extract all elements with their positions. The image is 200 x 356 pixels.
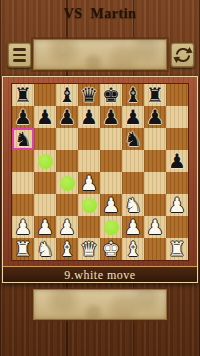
piece-black-king: ♚: [100, 84, 122, 106]
square-h8[interactable]: [166, 84, 188, 106]
square-g8[interactable]: ♜: [144, 84, 166, 106]
piece-black-pawn: ♟: [12, 106, 34, 128]
square-d6[interactable]: [78, 128, 100, 150]
refresh-button[interactable]: [170, 42, 195, 68]
square-c4[interactable]: [56, 172, 78, 194]
legal-move-dot: [104, 220, 119, 235]
square-f4[interactable]: [122, 172, 144, 194]
square-b1[interactable]: ♞: [34, 238, 56, 260]
square-f2[interactable]: ♟: [122, 216, 144, 238]
square-g3[interactable]: [144, 194, 166, 216]
piece-black-rook: ♜: [12, 84, 34, 106]
app-screen: VS Martin ♜♝♛♚♝♜♟♟♟♟♟♟♟♞♞♟♟♟♞♟♟♟♟♟♟♜♞♝♛♚…: [0, 0, 200, 356]
square-g6[interactable]: [144, 128, 166, 150]
square-e2[interactable]: [100, 216, 122, 238]
square-e1[interactable]: ♚: [100, 238, 122, 260]
square-g1[interactable]: [144, 238, 166, 260]
piece-white-pawn: ♟: [122, 216, 144, 238]
piece-white-king: ♚: [100, 238, 122, 260]
square-b7[interactable]: ♟: [34, 106, 56, 128]
chess-board: ♜♝♛♚♝♜♟♟♟♟♟♟♟♞♞♟♟♟♞♟♟♟♟♟♟♜♞♝♛♚♝♜: [12, 84, 188, 260]
piece-black-knight: ♞: [122, 128, 144, 150]
square-b5[interactable]: [34, 150, 56, 172]
square-d4[interactable]: ♟: [78, 172, 100, 194]
piece-white-pawn: ♟: [78, 172, 100, 194]
square-h3[interactable]: ♟: [166, 194, 188, 216]
piece-black-pawn: ♟: [122, 106, 144, 128]
piece-black-rook: ♜: [144, 84, 166, 106]
square-d2[interactable]: [78, 216, 100, 238]
legal-move-dot: [38, 154, 53, 169]
bottom-banner: [33, 289, 167, 320]
square-f5[interactable]: [122, 150, 144, 172]
square-c8[interactable]: ♝: [56, 84, 78, 106]
piece-black-pawn: ♟: [56, 106, 78, 128]
square-e7[interactable]: ♟: [100, 106, 122, 128]
square-f6[interactable]: ♞: [122, 128, 144, 150]
square-a5[interactable]: [12, 150, 34, 172]
legal-move-dot: [60, 176, 75, 191]
legal-move-dot: [82, 198, 97, 213]
square-g5[interactable]: [144, 150, 166, 172]
square-f3[interactable]: ♞: [122, 194, 144, 216]
square-b4[interactable]: [34, 172, 56, 194]
square-h4[interactable]: [166, 172, 188, 194]
page-title: VS Martin: [0, 6, 200, 22]
square-g4[interactable]: [144, 172, 166, 194]
piece-black-knight: ♞: [12, 128, 34, 150]
piece-white-bishop: ♝: [56, 238, 78, 260]
refresh-icon: [173, 45, 193, 65]
square-e6[interactable]: [100, 128, 122, 150]
square-h7[interactable]: [166, 106, 188, 128]
square-d1[interactable]: ♛: [78, 238, 100, 260]
square-d8[interactable]: ♛: [78, 84, 100, 106]
square-e4[interactable]: [100, 172, 122, 194]
piece-white-pawn: ♟: [34, 216, 56, 238]
square-h5[interactable]: ♟: [166, 150, 188, 172]
square-h1[interactable]: ♜: [166, 238, 188, 260]
square-c6[interactable]: [56, 128, 78, 150]
square-a1[interactable]: ♜: [12, 238, 34, 260]
square-b2[interactable]: ♟: [34, 216, 56, 238]
square-g7[interactable]: ♟: [144, 106, 166, 128]
square-c7[interactable]: ♟: [56, 106, 78, 128]
piece-black-pawn: ♟: [166, 150, 188, 172]
square-h6[interactable]: [166, 128, 188, 150]
piece-white-rook: ♜: [166, 238, 188, 260]
piece-white-knight: ♞: [34, 238, 56, 260]
square-d3[interactable]: [78, 194, 100, 216]
chess-board-block: ♜♝♛♚♝♜♟♟♟♟♟♟♟♞♞♟♟♟♞♟♟♟♟♟♟♜♞♝♛♚♝♜ 9.white…: [2, 76, 198, 283]
piece-black-bishop: ♝: [122, 84, 144, 106]
square-c3[interactable]: [56, 194, 78, 216]
square-b6[interactable]: [34, 128, 56, 150]
piece-white-knight: ♞: [122, 194, 144, 216]
piece-white-pawn: ♟: [12, 216, 34, 238]
square-c5[interactable]: [56, 150, 78, 172]
square-a8[interactable]: ♜: [12, 84, 34, 106]
piece-white-queen: ♛: [78, 238, 100, 260]
square-f1[interactable]: ♝: [122, 238, 144, 260]
square-d7[interactable]: ♟: [78, 106, 100, 128]
square-a6[interactable]: ♞: [12, 128, 34, 150]
square-f7[interactable]: ♟: [122, 106, 144, 128]
piece-white-pawn: ♟: [100, 194, 122, 216]
piece-white-pawn: ♟: [56, 216, 78, 238]
board-frame: ♜♝♛♚♝♜♟♟♟♟♟♟♟♞♞♟♟♟♞♟♟♟♟♟♟♜♞♝♛♚♝♜: [3, 77, 197, 266]
square-a4[interactable]: [12, 172, 34, 194]
piece-black-pawn: ♟: [78, 106, 100, 128]
square-h2[interactable]: [166, 216, 188, 238]
square-e8[interactable]: ♚: [100, 84, 122, 106]
piece-black-pawn: ♟: [144, 106, 166, 128]
square-a2[interactable]: ♟: [12, 216, 34, 238]
piece-black-queen: ♛: [78, 84, 100, 106]
menu-button[interactable]: [7, 42, 32, 68]
top-banner: [33, 39, 167, 70]
piece-white-rook: ♜: [12, 238, 34, 260]
piece-white-pawn: ♟: [144, 216, 166, 238]
piece-black-pawn: ♟: [100, 106, 122, 128]
piece-white-pawn: ♟: [166, 194, 188, 216]
move-status-bar: 9.white move: [3, 266, 197, 282]
square-f8[interactable]: ♝: [122, 84, 144, 106]
piece-black-bishop: ♝: [56, 84, 78, 106]
hamburger-menu-icon: [13, 48, 26, 62]
piece-black-pawn: ♟: [34, 106, 56, 128]
square-d5[interactable]: [78, 150, 100, 172]
square-a7[interactable]: ♟: [12, 106, 34, 128]
square-e3[interactable]: ♟: [100, 194, 122, 216]
square-a3[interactable]: [12, 194, 34, 216]
square-b8[interactable]: [34, 84, 56, 106]
square-e5[interactable]: [100, 150, 122, 172]
square-c1[interactable]: ♝: [56, 238, 78, 260]
piece-white-bishop: ♝: [122, 238, 144, 260]
square-c2[interactable]: ♟: [56, 216, 78, 238]
square-g2[interactable]: ♟: [144, 216, 166, 238]
square-b3[interactable]: [34, 194, 56, 216]
